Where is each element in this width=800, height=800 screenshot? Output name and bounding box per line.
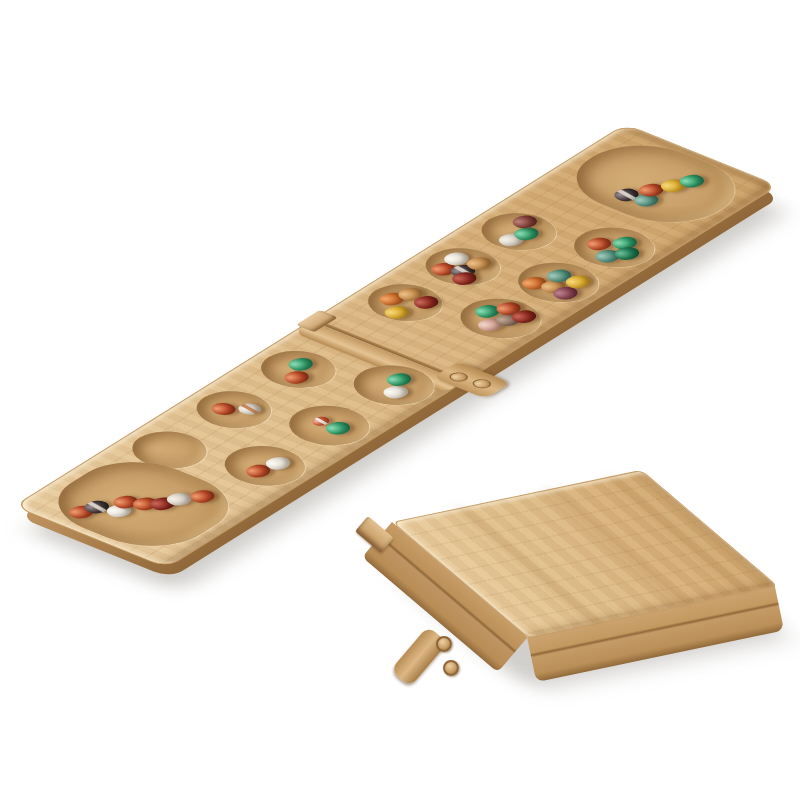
stone-carnelian (207, 401, 241, 418)
closed-board-hinge-knuckle (390, 626, 447, 687)
bamboo-streak (604, 476, 751, 593)
pit-a2[interactable] (411, 241, 515, 293)
stone-maroon (508, 213, 542, 230)
pit-a5[interactable] (182, 384, 286, 436)
product-photo-scene (0, 0, 800, 800)
hinge-pin-icon (436, 636, 452, 652)
pit-a1[interactable] (467, 206, 571, 258)
stone-green (382, 371, 416, 388)
hinge-pin-icon (446, 371, 472, 384)
stone-carnelian (185, 488, 219, 505)
stone-yellow (380, 304, 414, 321)
stone-green (284, 355, 318, 372)
hinge-pin-icon (443, 660, 459, 676)
pit-a3[interactable] (353, 277, 457, 329)
stone-graywhite (234, 401, 266, 417)
hinge-pin-icon (469, 377, 495, 390)
pit-a4[interactable] (246, 344, 350, 396)
stone-carnelian (279, 369, 313, 386)
